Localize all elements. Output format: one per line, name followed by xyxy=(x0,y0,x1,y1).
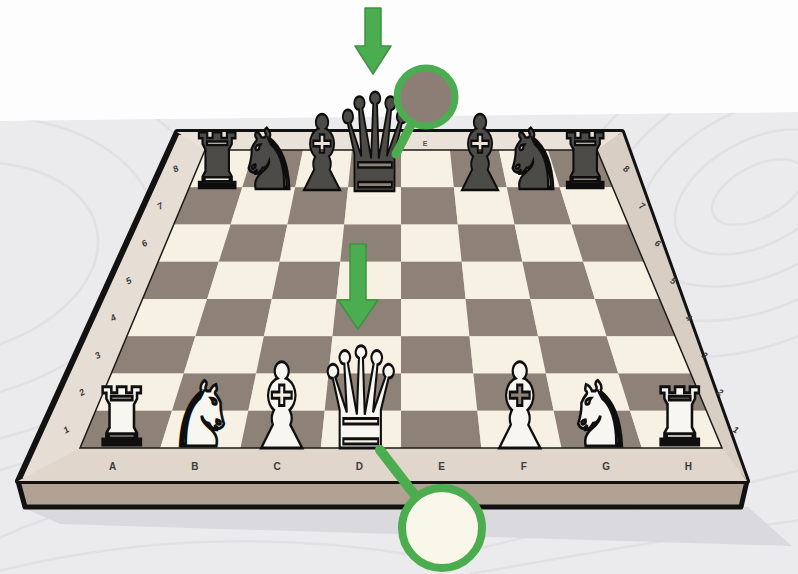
white-knight-g1[interactable]: ♞ xyxy=(566,370,635,460)
white-knight-b1[interactable]: ♞ xyxy=(168,370,237,460)
black-rook-h8[interactable]: ♜ xyxy=(556,124,614,200)
white-rook-h1[interactable]: ♜ xyxy=(649,378,710,458)
white-bishop-c1[interactable]: ♝ xyxy=(242,348,320,466)
pieces-layer: ♜♞♝♛♝♞♜♜♞♝♛♝♞♜ xyxy=(0,0,798,574)
white-rook-a1[interactable]: ♜ xyxy=(92,378,153,458)
illustration-scene: ABCDEFGHE8877665544332211 ♜♞♝♛♝♞♜♜♞♝♛♝♞♜ xyxy=(0,0,798,574)
black-queen-d8[interactable]: ♛ xyxy=(332,76,417,212)
white-queen-d1[interactable]: ♛ xyxy=(317,330,405,470)
white-bishop-f1[interactable]: ♝ xyxy=(481,348,559,466)
